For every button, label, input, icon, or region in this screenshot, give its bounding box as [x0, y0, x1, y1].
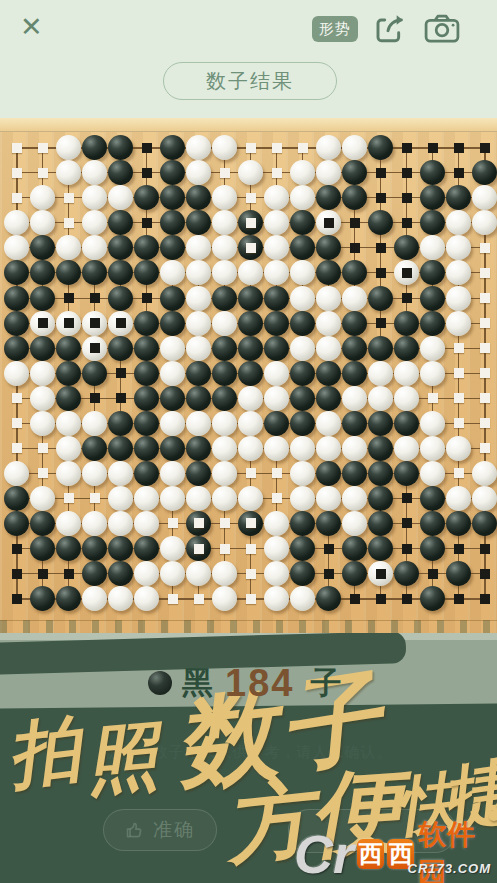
dead-stone-marker: [64, 318, 74, 328]
black-territory-marker: [142, 218, 152, 228]
white-stone: [82, 511, 107, 536]
white-territory-marker: [480, 368, 490, 378]
black-territory-marker: [402, 544, 412, 554]
black-stone: [4, 260, 29, 285]
white-territory-marker: [220, 518, 230, 528]
black-stone: [160, 235, 185, 260]
black-stone: [394, 461, 419, 486]
black-stone: [342, 361, 367, 386]
white-stone: [420, 436, 445, 461]
white-stone: [316, 286, 341, 311]
thumbs-up-icon: [125, 820, 145, 840]
black-stone: [290, 511, 315, 536]
black-stone: [316, 386, 341, 411]
white-stone: [108, 461, 133, 486]
black-stone: [342, 336, 367, 361]
black-territory-marker: [402, 143, 412, 153]
accurate-button-label: 准确: [153, 817, 195, 843]
white-stone: [394, 436, 419, 461]
white-stone: [446, 260, 471, 285]
black-territory-marker: [350, 243, 360, 253]
black-stone: [134, 311, 159, 336]
black-territory-marker: [12, 544, 22, 554]
black-stone: [472, 511, 497, 536]
black-stone: [108, 210, 133, 235]
white-stone: [134, 561, 159, 586]
white-stone: [420, 411, 445, 436]
white-territory-marker: [298, 143, 308, 153]
white-stone: [160, 260, 185, 285]
black-stone: [134, 361, 159, 386]
black-stone: [420, 210, 445, 235]
white-stone: [82, 586, 107, 611]
bottom-panel: 黑 184 子 提示：数子结果仅供参考，请人工确认。 准确 拍 照 数 子 方 …: [0, 633, 497, 883]
black-stone: [394, 311, 419, 336]
black-stone: [56, 336, 81, 361]
black-stone: [30, 536, 55, 561]
black-stone: [212, 361, 237, 386]
black-stone: [342, 160, 367, 185]
black-stone: [160, 386, 185, 411]
black-stone: [134, 411, 159, 436]
white-territory-marker: [90, 493, 100, 503]
dead-stone-marker: [38, 318, 48, 328]
dead-stone-marker: [90, 318, 100, 328]
white-territory-marker: [38, 443, 48, 453]
white-stone: [82, 210, 107, 235]
black-stone: [134, 386, 159, 411]
black-stone: [134, 536, 159, 561]
white-territory-marker: [246, 569, 256, 579]
dead-stone-marker: [194, 544, 204, 554]
black-territory-marker: [402, 518, 412, 528]
black-territory-marker: [402, 293, 412, 303]
white-stone: [82, 160, 107, 185]
white-territory-marker: [480, 293, 490, 303]
black-stone: [160, 286, 185, 311]
white-stone: [212, 210, 237, 235]
white-territory-marker: [272, 468, 282, 478]
white-territory-marker: [12, 418, 22, 428]
black-territory-marker: [64, 569, 74, 579]
black-stone: [316, 586, 341, 611]
black-territory-marker: [402, 193, 412, 203]
black-stone: [238, 286, 263, 311]
white-stone: [316, 311, 341, 336]
black-stone: [342, 561, 367, 586]
white-territory-marker: [168, 594, 178, 604]
black-territory-marker: [38, 569, 48, 579]
white-territory-marker: [246, 594, 256, 604]
black-stone: [316, 185, 341, 210]
white-stone: [472, 210, 497, 235]
screen: ✕ 形势 数子结果 黑 184: [0, 0, 497, 883]
white-territory-marker: [272, 143, 282, 153]
white-stone: [368, 361, 393, 386]
black-stone: [368, 436, 393, 461]
white-stone: [264, 235, 289, 260]
white-stone: [82, 235, 107, 260]
black-stone: [342, 461, 367, 486]
white-stone: [446, 235, 471, 260]
white-stone: [264, 386, 289, 411]
black-territory-marker: [376, 193, 386, 203]
black-stone: [186, 386, 211, 411]
black-territory-marker: [142, 143, 152, 153]
white-stone: [56, 160, 81, 185]
black-stone: [30, 336, 55, 361]
white-stone: [56, 135, 81, 160]
black-stone: [160, 311, 185, 336]
white-stone: [30, 486, 55, 511]
white-territory-marker: [480, 268, 490, 278]
board-edge-top: [0, 118, 497, 132]
white-stone: [212, 260, 237, 285]
watermark-cr: Cr: [294, 827, 354, 881]
black-stone: [264, 311, 289, 336]
white-stone: [212, 311, 237, 336]
white-territory-marker: [454, 368, 464, 378]
white-stone: [212, 135, 237, 160]
black-stone: [342, 185, 367, 210]
black-territory-marker: [402, 218, 412, 228]
black-stone: [4, 286, 29, 311]
black-territory-marker: [142, 168, 152, 178]
white-stone: [212, 461, 237, 486]
black-stone: [108, 260, 133, 285]
black-stone: [108, 336, 133, 361]
white-stone: [56, 436, 81, 461]
white-territory-marker: [428, 393, 438, 403]
black-territory-marker: [116, 368, 126, 378]
black-stone: [82, 436, 107, 461]
black-stone: [56, 361, 81, 386]
white-stone: [186, 411, 211, 436]
black-territory-marker: [116, 393, 126, 403]
white-stone: [420, 235, 445, 260]
white-territory-marker: [246, 544, 256, 554]
white-stone: [186, 486, 211, 511]
white-territory-marker: [38, 468, 48, 478]
black-stone: [420, 511, 445, 536]
black-stone: [4, 311, 29, 336]
black-stone: [290, 210, 315, 235]
white-territory-marker: [454, 393, 464, 403]
black-stone: [238, 311, 263, 336]
black-stone: [160, 210, 185, 235]
black-stone: [290, 536, 315, 561]
white-stone: [4, 235, 29, 260]
black-stone: [134, 436, 159, 461]
black-stone-icon: [148, 671, 172, 695]
black-stone: [30, 235, 55, 260]
black-stone: [82, 135, 107, 160]
black-stone: [290, 311, 315, 336]
white-stone: [394, 386, 419, 411]
watermark-site: CR173.COM: [408, 861, 491, 876]
white-stone: [290, 436, 315, 461]
white-stone: [160, 536, 185, 561]
dead-stone-marker: [246, 518, 256, 528]
white-territory-marker: [454, 343, 464, 353]
white-territory-marker: [246, 143, 256, 153]
black-stone: [108, 536, 133, 561]
white-stone: [290, 461, 315, 486]
count-result-button[interactable]: 数子结果: [163, 62, 337, 100]
black-territory-marker: [90, 393, 100, 403]
black-stone: [290, 386, 315, 411]
black-territory-marker: [376, 594, 386, 604]
black-territory-marker: [12, 569, 22, 579]
black-stone: [290, 561, 315, 586]
white-stone: [342, 511, 367, 536]
black-stone: [212, 336, 237, 361]
black-stone: [446, 185, 471, 210]
dead-stone-marker: [402, 268, 412, 278]
dead-stone-marker: [376, 569, 386, 579]
black-stone: [368, 486, 393, 511]
black-stone: [186, 436, 211, 461]
white-stone: [212, 561, 237, 586]
white-stone: [134, 511, 159, 536]
white-stone: [368, 386, 393, 411]
black-territory-marker: [324, 569, 334, 579]
black-stone: [394, 235, 419, 260]
black-stone: [30, 260, 55, 285]
black-stone: [82, 260, 107, 285]
black-stone: [368, 511, 393, 536]
black-stone: [134, 336, 159, 361]
white-stone: [342, 286, 367, 311]
white-stone: [264, 361, 289, 386]
white-stone: [160, 561, 185, 586]
header: ✕ 形势: [0, 0, 497, 56]
white-stone: [238, 436, 263, 461]
white-stone: [82, 411, 107, 436]
black-stone: [56, 536, 81, 561]
white-stone: [290, 336, 315, 361]
white-stone: [342, 386, 367, 411]
situation-badge[interactable]: 形势: [312, 16, 358, 42]
white-territory-marker: [480, 443, 490, 453]
black-stone: [186, 461, 211, 486]
white-stone: [264, 536, 289, 561]
white-territory-marker: [480, 343, 490, 353]
white-stone: [290, 286, 315, 311]
white-stone: [342, 436, 367, 461]
black-stone: [420, 586, 445, 611]
white-territory-marker: [194, 594, 204, 604]
white-stone: [108, 511, 133, 536]
white-stone: [134, 486, 159, 511]
black-stone: [56, 260, 81, 285]
black-stone: [316, 260, 341, 285]
black-stone: [186, 361, 211, 386]
white-stone: [316, 436, 341, 461]
white-stone: [56, 511, 81, 536]
black-territory-marker: [454, 594, 464, 604]
white-stone: [472, 486, 497, 511]
white-territory-marker: [38, 168, 48, 178]
black-stone: [368, 536, 393, 561]
black-territory-marker: [376, 168, 386, 178]
black-stone: [238, 336, 263, 361]
white-stone: [4, 210, 29, 235]
black-stone: [264, 286, 289, 311]
black-territory-marker: [376, 243, 386, 253]
black-territory-marker: [480, 143, 490, 153]
count-unit: 子: [310, 662, 343, 704]
black-territory-marker: [350, 594, 360, 604]
dead-stone-marker: [324, 218, 334, 228]
black-territory-marker: [480, 594, 490, 604]
black-stone: [212, 286, 237, 311]
count-value: 184: [225, 662, 294, 705]
black-stone: [368, 411, 393, 436]
black-stone: [342, 311, 367, 336]
go-board[interactable]: [0, 118, 497, 633]
black-stone: [108, 411, 133, 436]
black-stone: [316, 461, 341, 486]
black-territory-marker: [376, 318, 386, 328]
black-stone: [394, 336, 419, 361]
black-stone: [108, 235, 133, 260]
count-side-label: 黑: [182, 662, 215, 704]
white-stone: [264, 436, 289, 461]
black-stone: [342, 536, 367, 561]
white-territory-marker: [480, 393, 490, 403]
black-stone: [186, 185, 211, 210]
dead-stone-marker: [90, 343, 100, 353]
dead-stone-marker: [194, 518, 204, 528]
black-territory-marker: [480, 544, 490, 554]
white-stone: [186, 561, 211, 586]
black-stone: [108, 561, 133, 586]
white-stone: [108, 486, 133, 511]
black-stone: [290, 361, 315, 386]
black-stone: [212, 386, 237, 411]
white-territory-marker: [64, 493, 74, 503]
black-stone: [368, 286, 393, 311]
black-territory-marker: [142, 293, 152, 303]
black-stone: [160, 436, 185, 461]
accurate-button[interactable]: 准确: [103, 809, 217, 851]
white-stone: [56, 411, 81, 436]
white-territory-marker: [220, 168, 230, 178]
white-stone: [446, 436, 471, 461]
white-stone: [264, 185, 289, 210]
black-territory-marker: [454, 143, 464, 153]
black-stone: [368, 135, 393, 160]
white-stone: [420, 361, 445, 386]
black-stone: [290, 235, 315, 260]
white-territory-marker: [38, 143, 48, 153]
black-stone: [108, 436, 133, 461]
white-stone: [472, 461, 497, 486]
white-stone: [446, 311, 471, 336]
white-stone: [238, 411, 263, 436]
white-territory-marker: [12, 193, 22, 203]
dead-stone-marker: [246, 218, 256, 228]
white-stone: [290, 486, 315, 511]
white-stone: [186, 135, 211, 160]
camera-icon[interactable]: [424, 12, 460, 44]
white-stone: [290, 260, 315, 285]
white-stone: [160, 336, 185, 361]
white-stone: [420, 461, 445, 486]
white-stone: [420, 336, 445, 361]
white-stone: [82, 461, 107, 486]
watermark-box: 西: [357, 839, 384, 869]
white-stone: [290, 160, 315, 185]
black-stone: [160, 185, 185, 210]
white-stone: [212, 235, 237, 260]
white-stone: [446, 486, 471, 511]
white-territory-marker: [454, 418, 464, 428]
white-territory-marker: [12, 443, 22, 453]
white-stone: [212, 411, 237, 436]
white-stone: [160, 361, 185, 386]
share-icon[interactable]: [372, 12, 408, 44]
white-territory-marker: [480, 243, 490, 253]
black-stone: [4, 511, 29, 536]
black-stone: [394, 561, 419, 586]
white-stone: [446, 286, 471, 311]
white-stone: [238, 486, 263, 511]
white-stone: [238, 386, 263, 411]
white-stone: [316, 486, 341, 511]
black-stone: [446, 511, 471, 536]
white-stone: [212, 586, 237, 611]
black-territory-marker: [402, 493, 412, 503]
black-stone: [4, 486, 29, 511]
black-stone: [30, 511, 55, 536]
white-stone: [238, 260, 263, 285]
black-territory-marker: [12, 594, 22, 604]
white-territory-marker: [12, 143, 22, 153]
white-stone: [316, 160, 341, 185]
dead-stone-marker: [116, 318, 126, 328]
white-stone: [4, 461, 29, 486]
black-territory-marker: [90, 293, 100, 303]
close-icon[interactable]: ✕: [20, 12, 43, 42]
black-territory-marker: [64, 293, 74, 303]
white-stone: [186, 311, 211, 336]
white-stone: [108, 586, 133, 611]
white-stone: [30, 361, 55, 386]
black-territory-marker: [324, 544, 334, 554]
black-stone: [420, 486, 445, 511]
white-stone: [316, 336, 341, 361]
black-stone: [134, 461, 159, 486]
black-territory-marker: [402, 168, 412, 178]
white-stone: [264, 511, 289, 536]
white-stone: [264, 561, 289, 586]
white-stone: [160, 411, 185, 436]
white-stone: [394, 361, 419, 386]
white-stone: [30, 386, 55, 411]
white-stone: [186, 260, 211, 285]
white-territory-marker: [454, 468, 464, 478]
calligraphy-char: 拍: [4, 712, 84, 792]
white-stone: [290, 586, 315, 611]
white-stone: [186, 286, 211, 311]
black-stone: [4, 336, 29, 361]
black-stone: [82, 561, 107, 586]
black-stone: [30, 286, 55, 311]
white-stone: [186, 336, 211, 361]
white-stone: [160, 461, 185, 486]
